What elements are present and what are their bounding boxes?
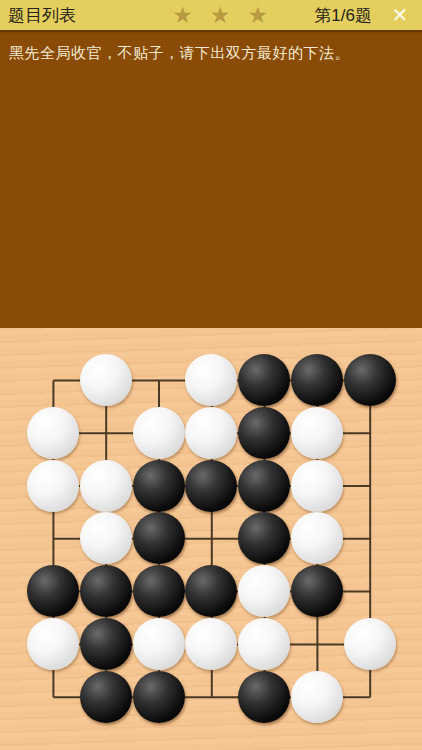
board-intersection[interactable] [343,670,396,723]
white-stone [80,354,132,406]
board-intersection[interactable] [185,618,238,671]
white-stone [238,565,290,617]
black-stone [27,565,79,617]
board-intersection[interactable] [27,512,80,565]
board-intersection[interactable] [291,354,344,407]
board-intersection[interactable] [343,512,396,565]
difficulty-rating: ★★★ [126,4,314,27]
board-area [0,328,422,750]
white-stone [80,512,132,564]
board-intersection[interactable] [238,406,291,459]
app-screen: 题目列表 ★★★ 第1/6题 ✕ 黑先全局收官，不贴子，请下出双方最好的下法。 [0,0,422,750]
black-stone [80,671,132,723]
board-intersection[interactable] [238,354,291,407]
white-stone [185,407,237,459]
white-stone [344,618,396,670]
board-intersection[interactable] [132,354,185,407]
white-stone [238,618,290,670]
board-intersection[interactable] [132,618,185,671]
black-stone [238,512,290,564]
board-intersection[interactable] [185,459,238,512]
white-stone [133,618,185,670]
board-intersection[interactable] [79,459,132,512]
black-stone [185,565,237,617]
board-intersection[interactable] [27,459,80,512]
black-stone [133,460,185,512]
white-stone [27,460,79,512]
board-intersection[interactable] [343,459,396,512]
black-stone [133,512,185,564]
black-stone [291,354,343,406]
close-button[interactable]: ✕ [388,3,412,27]
problem-counter: 第1/6题 [314,4,372,27]
black-stone [238,460,290,512]
board-intersection[interactable] [238,670,291,723]
board-intersection[interactable] [343,618,396,671]
board-intersection[interactable] [238,618,291,671]
board-intersection[interactable] [27,565,80,618]
board-intersection[interactable] [343,406,396,459]
black-stone [238,671,290,723]
white-stone [133,407,185,459]
board-intersection[interactable] [291,670,344,723]
board-intersection[interactable] [291,618,344,671]
white-stone [291,671,343,723]
black-stone [80,565,132,617]
board-intersection[interactable] [291,565,344,618]
board-intersection[interactable] [238,459,291,512]
white-stone [185,354,237,406]
back-button[interactable]: 题目列表 [8,4,126,27]
board-intersection[interactable] [185,565,238,618]
board-intersection[interactable] [79,670,132,723]
board-intersection[interactable] [132,406,185,459]
black-stone [344,354,396,406]
board-intersection[interactable] [132,565,185,618]
go-board[interactable] [27,354,397,724]
board-intersection[interactable] [27,670,80,723]
white-stone [80,460,132,512]
board-intersection[interactable] [238,512,291,565]
board-intersection[interactable] [79,512,132,565]
board-intersection[interactable] [185,354,238,407]
board-intersection[interactable] [132,512,185,565]
board-intersection[interactable] [27,354,80,407]
black-stone [80,618,132,670]
star-icon: ★ [172,4,193,27]
board-intersection[interactable] [79,565,132,618]
star-icon: ★ [210,4,231,27]
black-stone [238,407,290,459]
go-grid [27,354,397,724]
board-intersection[interactable] [132,670,185,723]
white-stone [185,618,237,670]
star-icon: ★ [247,4,268,27]
board-intersection[interactable] [343,565,396,618]
close-icon: ✕ [392,5,409,25]
white-stone [27,618,79,670]
board-intersection[interactable] [291,459,344,512]
header-bar: 题目列表 ★★★ 第1/6题 ✕ [0,0,422,30]
black-stone [238,354,290,406]
black-stone [291,565,343,617]
board-intersection[interactable] [79,406,132,459]
black-stone [133,671,185,723]
board-intersection[interactable] [79,354,132,407]
board-intersection[interactable] [79,618,132,671]
instruction-text: 黑先全局收官，不贴子，请下出双方最好的下法。 [0,32,422,63]
black-stone [185,460,237,512]
board-intersection[interactable] [185,670,238,723]
board-intersection[interactable] [185,512,238,565]
board-intersection[interactable] [132,459,185,512]
board-intersection[interactable] [291,512,344,565]
white-stone [291,512,343,564]
board-intersection[interactable] [185,406,238,459]
board-intersection[interactable] [27,406,80,459]
white-stone [291,460,343,512]
instruction-bar: 黑先全局收官，不贴子，请下出双方最好的下法。 [0,30,422,328]
white-stone [291,407,343,459]
board-intersection[interactable] [238,565,291,618]
board-intersection[interactable] [343,354,396,407]
board-intersection[interactable] [291,406,344,459]
board-intersection[interactable] [27,618,80,671]
black-stone [133,565,185,617]
white-stone [27,407,79,459]
